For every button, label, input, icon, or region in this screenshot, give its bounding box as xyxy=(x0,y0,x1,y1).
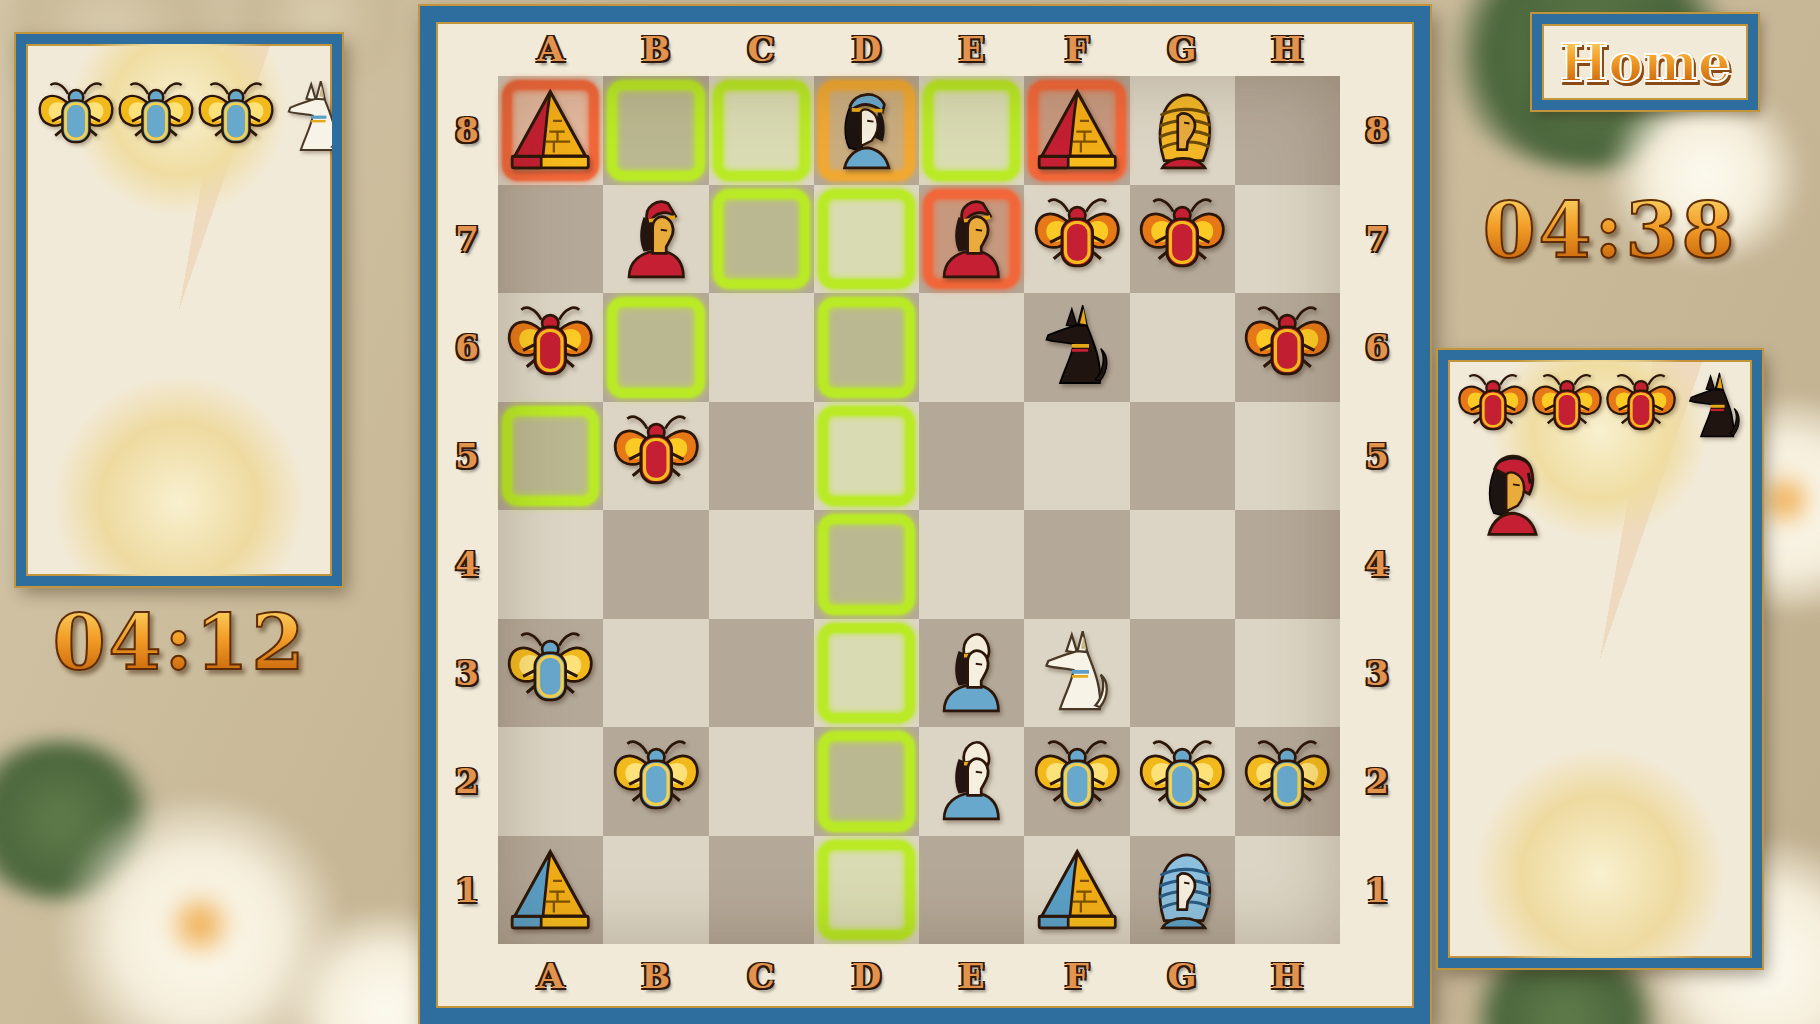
piece-blue-pawn-winged-scarab[interactable] xyxy=(1137,732,1228,830)
rank-label-6: 6 xyxy=(1340,293,1414,402)
square-C4[interactable] xyxy=(709,510,814,619)
rank-label-2: 2 xyxy=(1340,727,1414,836)
square-C6[interactable] xyxy=(709,293,814,402)
file-label-E: E xyxy=(919,944,1024,1008)
piece-blue-pawn-winged-scarab xyxy=(116,78,196,158)
file-label-A: A xyxy=(498,944,603,1008)
file-label-H: H xyxy=(1235,944,1340,1008)
piece-red-king-pharaoh-nemes-head[interactable] xyxy=(1137,81,1228,179)
highlight-legal-move xyxy=(818,406,915,507)
square-F8[interactable] xyxy=(1024,76,1129,185)
file-label-D: D xyxy=(814,944,919,1008)
square-A8[interactable] xyxy=(498,76,603,185)
square-F4[interactable] xyxy=(1024,510,1129,619)
square-E2[interactable] xyxy=(919,727,1024,836)
piece-blue-rook-pyramid[interactable] xyxy=(1032,841,1123,939)
square-F7[interactable] xyxy=(1024,185,1129,294)
file-label-C: C xyxy=(709,944,814,1008)
square-A4[interactable] xyxy=(498,510,603,619)
square-C8[interactable] xyxy=(709,76,814,185)
rank-label-2: 2 xyxy=(436,727,498,836)
square-D6[interactable] xyxy=(814,293,919,402)
square-E3[interactable] xyxy=(919,619,1024,728)
captured-row xyxy=(1448,444,1752,542)
square-A3[interactable] xyxy=(498,619,603,728)
square-G8[interactable] xyxy=(1130,76,1235,185)
square-B3[interactable] xyxy=(603,619,708,728)
square-A1[interactable] xyxy=(498,836,603,945)
piece-blue-knight-anubis-jackal[interactable] xyxy=(1032,624,1123,722)
square-H4[interactable] xyxy=(1235,510,1340,619)
piece-blue-bishop-crowned-prince-head[interactable] xyxy=(926,624,1017,722)
square-E4[interactable] xyxy=(919,510,1024,619)
square-A6[interactable] xyxy=(498,293,603,402)
square-F1[interactable] xyxy=(1024,836,1129,945)
square-H7[interactable] xyxy=(1235,185,1340,294)
square-C1[interactable] xyxy=(709,836,814,945)
piece-blue-pawn-winged-scarab[interactable] xyxy=(1242,732,1333,830)
square-D2[interactable] xyxy=(814,727,919,836)
rank-label-8: 8 xyxy=(1340,76,1414,185)
piece-red-pawn-winged-scarab[interactable] xyxy=(611,407,702,505)
rank-label-5: 5 xyxy=(1340,402,1414,511)
piece-blue-pawn-winged-scarab[interactable] xyxy=(1032,732,1123,830)
square-C2[interactable] xyxy=(709,727,814,836)
chess-board: AABBCCDDEEFFGGHH8877665544332211 xyxy=(420,6,1430,1024)
rank-label-3: 3 xyxy=(436,619,498,728)
file-label-G: G xyxy=(1130,944,1235,1008)
home-button[interactable]: Home xyxy=(1532,14,1758,110)
rank-label-1: 1 xyxy=(436,836,498,945)
file-label-F: F xyxy=(1024,944,1129,1008)
piece-red-pawn-winged-scarab[interactable] xyxy=(1032,190,1123,288)
square-H1[interactable] xyxy=(1235,836,1340,945)
piece-blue-bishop-crowned-prince-head[interactable] xyxy=(926,732,1017,830)
rank-label-8: 8 xyxy=(436,76,498,185)
square-E6[interactable] xyxy=(919,293,1024,402)
piece-blue-rook-pyramid[interactable] xyxy=(505,841,596,939)
file-label-H: H xyxy=(1235,22,1340,76)
square-H2[interactable] xyxy=(1235,727,1340,836)
rank-label-7: 7 xyxy=(1340,185,1414,294)
piece-red-queen-cleopatra-head xyxy=(1464,446,1560,542)
captured-tray-blue-pieces xyxy=(16,34,342,586)
square-H6[interactable] xyxy=(1235,293,1340,402)
square-F2[interactable] xyxy=(1024,727,1129,836)
highlight-legal-move xyxy=(607,80,704,181)
piece-blue-pawn-winged-scarab xyxy=(36,78,116,158)
square-E8[interactable] xyxy=(919,76,1024,185)
piece-red-pawn-winged-scarab[interactable] xyxy=(1242,298,1333,396)
captured-row xyxy=(26,44,332,158)
piece-red-knight-anubis-jackal xyxy=(1678,370,1752,444)
rank-label-6: 6 xyxy=(436,293,498,402)
file-label-B: B xyxy=(603,22,708,76)
highlight-legal-move xyxy=(713,189,810,290)
square-H3[interactable] xyxy=(1235,619,1340,728)
rank-label-4: 4 xyxy=(1340,510,1414,619)
highlight-legal-move xyxy=(502,406,599,507)
file-label-C: C xyxy=(709,22,814,76)
square-F6[interactable] xyxy=(1024,293,1129,402)
rank-label-7: 7 xyxy=(436,185,498,294)
square-E7[interactable] xyxy=(919,185,1024,294)
square-B8[interactable] xyxy=(603,76,708,185)
highlight-legal-move xyxy=(818,297,915,398)
red-player-timer: 04:38 xyxy=(1442,186,1778,275)
piece-red-pawn-winged-scarab xyxy=(1604,370,1678,444)
piece-red-rook-pyramid[interactable] xyxy=(1032,81,1123,179)
piece-blue-knight-anubis-jackal xyxy=(276,78,342,158)
piece-blue-queen-cleopatra-head[interactable] xyxy=(821,81,912,179)
blue-player-timer: 04:12 xyxy=(18,598,342,687)
game-screen: AABBCCDDEEFFGGHH8877665544332211 04:12 0… xyxy=(0,0,1820,1024)
file-label-E: E xyxy=(919,22,1024,76)
highlight-legal-move xyxy=(818,623,915,724)
highlight-legal-move xyxy=(923,80,1020,181)
square-B2[interactable] xyxy=(603,727,708,836)
square-G7[interactable] xyxy=(1130,185,1235,294)
square-G3[interactable] xyxy=(1130,619,1235,728)
square-E5[interactable] xyxy=(919,402,1024,511)
piece-red-rook-pyramid[interactable] xyxy=(505,81,596,179)
file-label-G: G xyxy=(1130,22,1235,76)
square-G5[interactable] xyxy=(1130,402,1235,511)
piece-red-pawn-winged-scarab[interactable] xyxy=(505,298,596,396)
square-F3[interactable] xyxy=(1024,619,1129,728)
rank-label-4: 4 xyxy=(436,510,498,619)
home-button-label: Home xyxy=(1559,32,1731,93)
square-B4[interactable] xyxy=(603,510,708,619)
file-label-B: B xyxy=(603,944,708,1008)
square-D3[interactable] xyxy=(814,619,919,728)
square-D8[interactable] xyxy=(814,76,919,185)
highlight-legal-move xyxy=(607,297,704,398)
square-G6[interactable] xyxy=(1130,293,1235,402)
highlight-legal-move xyxy=(818,731,915,832)
file-label-A: A xyxy=(498,22,603,76)
piece-blue-pawn-winged-scarab xyxy=(196,78,276,158)
square-A2[interactable] xyxy=(498,727,603,836)
highlight-legal-move xyxy=(818,840,915,941)
file-label-F: F xyxy=(1024,22,1129,76)
square-H8[interactable] xyxy=(1235,76,1340,185)
rank-label-3: 3 xyxy=(1340,619,1414,728)
piece-blue-king-pharaoh-nemes-head[interactable] xyxy=(1137,841,1228,939)
square-G1[interactable] xyxy=(1130,836,1235,945)
piece-red-pawn-winged-scarab xyxy=(1456,370,1530,444)
square-A7[interactable] xyxy=(498,185,603,294)
square-H5[interactable] xyxy=(1235,402,1340,511)
piece-red-knight-anubis-jackal[interactable] xyxy=(1032,298,1123,396)
square-B1[interactable] xyxy=(603,836,708,945)
piece-red-bishop-crowned-prince-head[interactable] xyxy=(926,190,1017,288)
captured-tray-red-pieces xyxy=(1438,350,1762,968)
square-D7[interactable] xyxy=(814,185,919,294)
piece-blue-pawn-winged-scarab[interactable] xyxy=(611,732,702,830)
square-G2[interactable] xyxy=(1130,727,1235,836)
square-B7[interactable] xyxy=(603,185,708,294)
square-A5[interactable] xyxy=(498,402,603,511)
highlight-legal-move xyxy=(713,80,810,181)
square-B6[interactable] xyxy=(603,293,708,402)
square-E1[interactable] xyxy=(919,836,1024,945)
square-C3[interactable] xyxy=(709,619,814,728)
file-label-D: D xyxy=(814,22,919,76)
highlight-legal-move xyxy=(818,189,915,290)
square-C5[interactable] xyxy=(709,402,814,511)
square-D5[interactable] xyxy=(814,402,919,511)
piece-red-pawn-winged-scarab xyxy=(1530,370,1604,444)
rank-label-5: 5 xyxy=(436,402,498,511)
square-D4[interactable] xyxy=(814,510,919,619)
square-B5[interactable] xyxy=(603,402,708,511)
square-C7[interactable] xyxy=(709,185,814,294)
square-G4[interactable] xyxy=(1130,510,1235,619)
square-D1[interactable] xyxy=(814,836,919,945)
piece-blue-pawn-winged-scarab[interactable] xyxy=(505,624,596,722)
piece-red-pawn-winged-scarab[interactable] xyxy=(1137,190,1228,288)
rank-label-1: 1 xyxy=(1340,836,1414,945)
highlight-legal-move xyxy=(818,514,915,615)
square-F5[interactable] xyxy=(1024,402,1129,511)
captured-row xyxy=(1448,360,1752,444)
piece-red-bishop-crowned-prince-head[interactable] xyxy=(611,190,702,288)
